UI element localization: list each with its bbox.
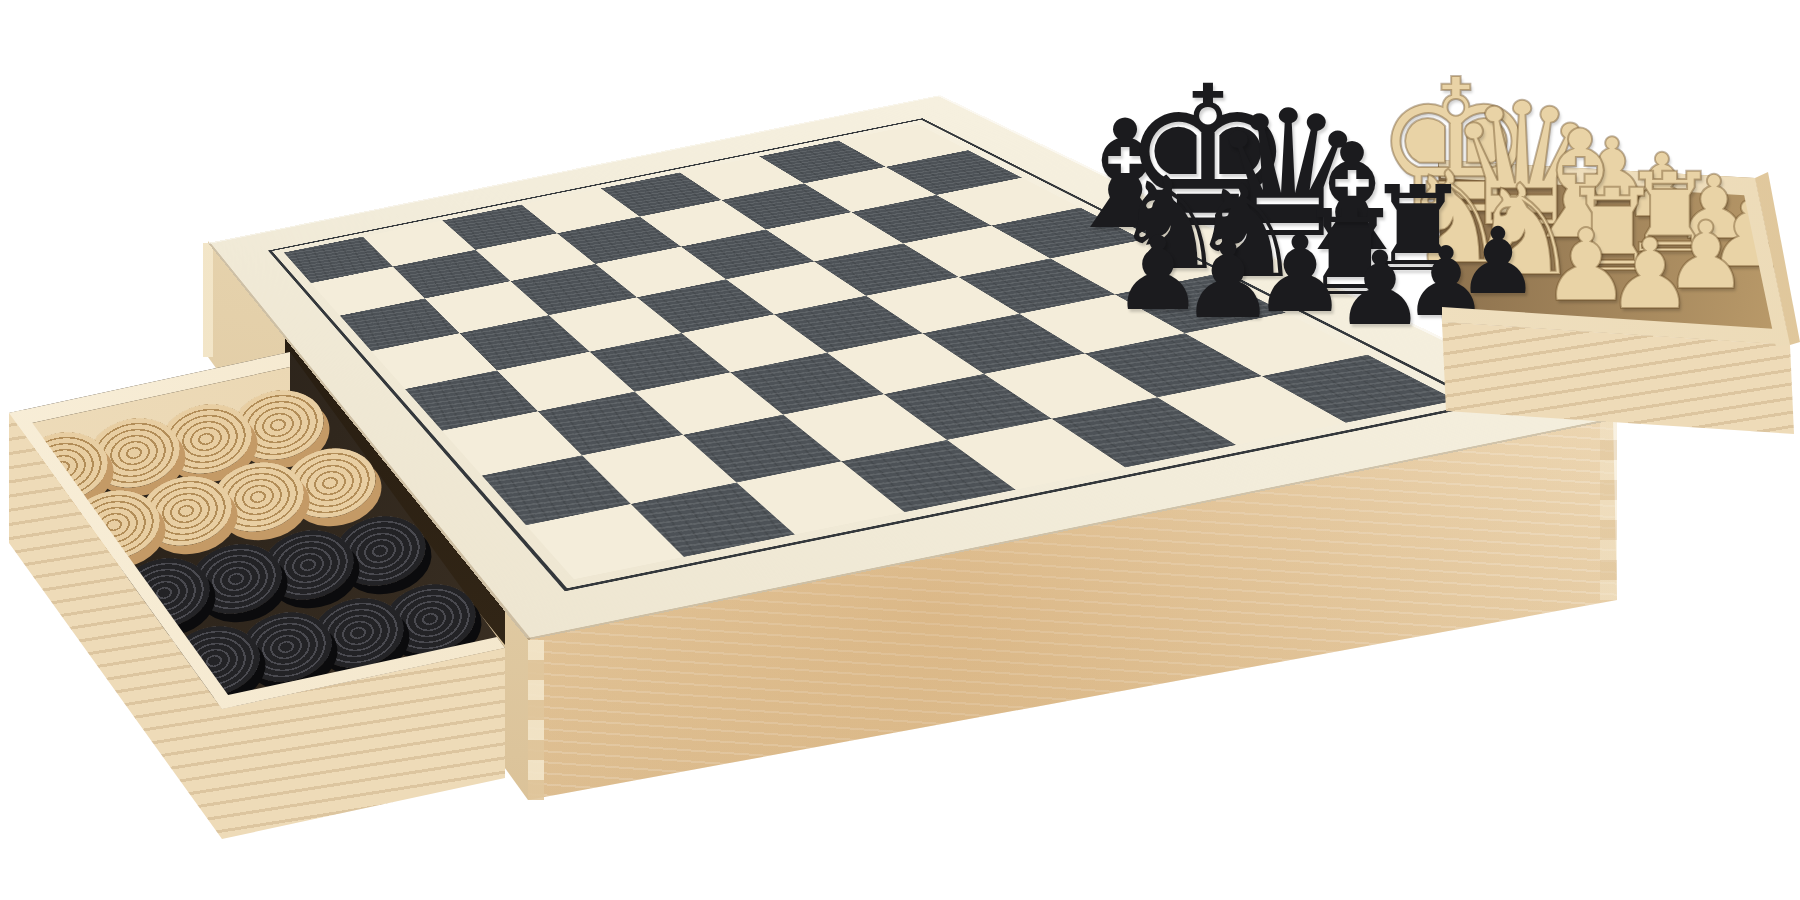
chess-pieces-black-set: ♝♚♛♝♞♜♞♟♜♟♟♟♟♟ (0, 0, 1800, 900)
product-photo-scene: ♟♟♚♛♟♝♜♟♞♜♞♟♟♟ ♝♚♛♝♞♜♞♟♜♟♟♟♟♟ (0, 0, 1800, 900)
chess-piece-black-pawn: ♟ (1334, 238, 1425, 340)
chess-piece-black-pawn: ♟ (1180, 228, 1275, 334)
